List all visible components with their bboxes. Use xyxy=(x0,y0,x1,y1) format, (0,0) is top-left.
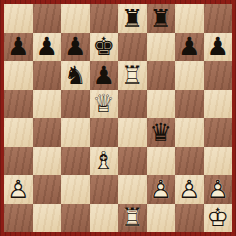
square-b4[interactable] xyxy=(33,118,62,147)
square-g4[interactable] xyxy=(175,118,204,147)
white-pawn: ♙ xyxy=(4,175,33,204)
square-e3[interactable] xyxy=(118,147,147,176)
white-queen-fill: ♛ xyxy=(90,90,119,119)
board-frame: ♜♜♟♟♟♚♟♟♞♟♜♖♛♕♛♝♗♟♙♟♙♟♙♟♙♜♖♚♔ xyxy=(0,0,236,236)
square-e5[interactable] xyxy=(118,90,147,119)
white-king: ♔ xyxy=(204,204,233,233)
white-pawn-fill: ♟ xyxy=(175,175,204,204)
black-knight: ♞ xyxy=(61,61,90,90)
white-pawn-fill: ♟ xyxy=(204,175,233,204)
square-a8[interactable] xyxy=(4,4,33,33)
black-queen: ♛ xyxy=(147,118,176,147)
square-a6[interactable] xyxy=(4,61,33,90)
white-bishop-fill: ♝ xyxy=(90,147,119,176)
square-d1[interactable] xyxy=(90,204,119,233)
square-b1[interactable] xyxy=(33,204,62,233)
square-h2[interactable]: ♟♙ xyxy=(204,175,233,204)
square-g7[interactable]: ♟ xyxy=(175,33,204,62)
black-king: ♚ xyxy=(90,33,119,62)
square-d5[interactable]: ♛♕ xyxy=(90,90,119,119)
black-pawn: ♟ xyxy=(204,33,233,62)
white-rook-fill: ♜ xyxy=(118,204,147,233)
square-g6[interactable] xyxy=(175,61,204,90)
square-c1[interactable] xyxy=(61,204,90,233)
square-c6[interactable]: ♞ xyxy=(61,61,90,90)
square-d8[interactable] xyxy=(90,4,119,33)
square-f6[interactable] xyxy=(147,61,176,90)
white-queen: ♕ xyxy=(90,90,119,119)
square-a3[interactable] xyxy=(4,147,33,176)
square-e6[interactable]: ♜♖ xyxy=(118,61,147,90)
square-e4[interactable] xyxy=(118,118,147,147)
black-pawn: ♟ xyxy=(90,61,119,90)
square-h1[interactable]: ♚♔ xyxy=(204,204,233,233)
square-d2[interactable] xyxy=(90,175,119,204)
square-g8[interactable] xyxy=(175,4,204,33)
square-g1[interactable] xyxy=(175,204,204,233)
white-rook: ♖ xyxy=(118,61,147,90)
square-e2[interactable] xyxy=(118,175,147,204)
square-f4[interactable]: ♛ xyxy=(147,118,176,147)
square-h4[interactable] xyxy=(204,118,233,147)
white-bishop: ♗ xyxy=(90,147,119,176)
square-e8[interactable]: ♜ xyxy=(118,4,147,33)
square-c7[interactable]: ♟ xyxy=(61,33,90,62)
black-pawn: ♟ xyxy=(4,33,33,62)
square-a1[interactable] xyxy=(4,204,33,233)
black-rook: ♜ xyxy=(147,4,176,33)
square-b2[interactable] xyxy=(33,175,62,204)
square-h5[interactable] xyxy=(204,90,233,119)
black-pawn: ♟ xyxy=(175,33,204,62)
square-f2[interactable]: ♟♙ xyxy=(147,175,176,204)
square-c5[interactable] xyxy=(61,90,90,119)
black-pawn: ♟ xyxy=(33,33,62,62)
square-e1[interactable]: ♜♖ xyxy=(118,204,147,233)
square-e7[interactable] xyxy=(118,33,147,62)
square-a7[interactable]: ♟ xyxy=(4,33,33,62)
square-b3[interactable] xyxy=(33,147,62,176)
square-d7[interactable]: ♚ xyxy=(90,33,119,62)
square-b5[interactable] xyxy=(33,90,62,119)
square-g2[interactable]: ♟♙ xyxy=(175,175,204,204)
square-f5[interactable] xyxy=(147,90,176,119)
white-rook: ♖ xyxy=(118,204,147,233)
square-d3[interactable]: ♝♗ xyxy=(90,147,119,176)
square-c8[interactable] xyxy=(61,4,90,33)
square-c4[interactable] xyxy=(61,118,90,147)
square-d6[interactable]: ♟ xyxy=(90,61,119,90)
white-pawn-fill: ♟ xyxy=(147,175,176,204)
white-pawn: ♙ xyxy=(147,175,176,204)
square-b6[interactable] xyxy=(33,61,62,90)
white-pawn: ♙ xyxy=(204,175,233,204)
square-h8[interactable] xyxy=(204,4,233,33)
square-g3[interactable] xyxy=(175,147,204,176)
square-c2[interactable] xyxy=(61,175,90,204)
black-rook: ♜ xyxy=(118,4,147,33)
square-f3[interactable] xyxy=(147,147,176,176)
square-h3[interactable] xyxy=(204,147,233,176)
square-b8[interactable] xyxy=(33,4,62,33)
square-f1[interactable] xyxy=(147,204,176,233)
square-f8[interactable]: ♜ xyxy=(147,4,176,33)
square-a2[interactable]: ♟♙ xyxy=(4,175,33,204)
square-g5[interactable] xyxy=(175,90,204,119)
chess-board: ♜♜♟♟♟♚♟♟♞♟♜♖♛♕♛♝♗♟♙♟♙♟♙♟♙♜♖♚♔ xyxy=(4,4,232,232)
square-b7[interactable]: ♟ xyxy=(33,33,62,62)
square-a5[interactable] xyxy=(4,90,33,119)
square-d4[interactable] xyxy=(90,118,119,147)
black-pawn: ♟ xyxy=(61,33,90,62)
square-h6[interactable] xyxy=(204,61,233,90)
white-pawn: ♙ xyxy=(175,175,204,204)
square-c3[interactable] xyxy=(61,147,90,176)
square-f7[interactable] xyxy=(147,33,176,62)
square-a4[interactable] xyxy=(4,118,33,147)
white-pawn-fill: ♟ xyxy=(4,175,33,204)
white-king-fill: ♚ xyxy=(204,204,233,233)
square-h7[interactable]: ♟ xyxy=(204,33,233,62)
white-rook-fill: ♜ xyxy=(118,61,147,90)
